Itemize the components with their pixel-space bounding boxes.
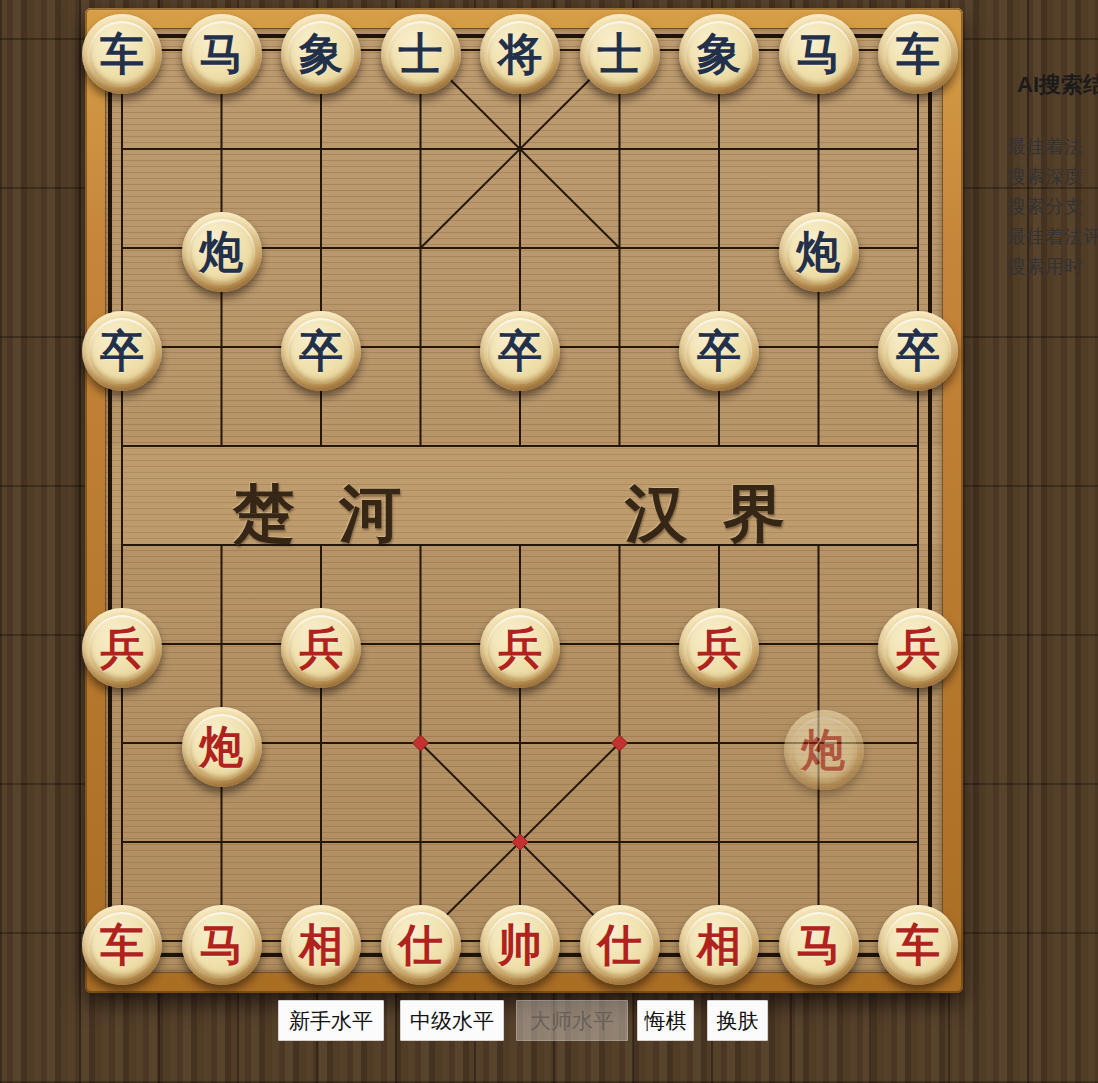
- piece-black-chariot-right[interactable]: 车: [878, 14, 958, 94]
- piece-character: 将: [487, 21, 553, 87]
- piece-character: 卒: [288, 318, 354, 384]
- piece-red-chariot-right[interactable]: 车: [878, 905, 958, 985]
- piece-character: 象: [288, 21, 354, 87]
- piece-character: 马: [786, 21, 852, 87]
- xiangqi-board[interactable]: [85, 8, 963, 993]
- piece-character: 士: [587, 21, 653, 87]
- piece-character: 仕: [388, 912, 454, 978]
- piece-black-soldier-5[interactable]: 卒: [878, 311, 958, 391]
- piece-character: 士: [388, 21, 454, 87]
- ai-stat-best-move: 最佳着法: [1007, 132, 1098, 162]
- river-label-chu: 楚: [233, 483, 295, 545]
- piece-character: 炮: [189, 714, 255, 780]
- ai-panel-heading: AI搜索结果: [1017, 70, 1098, 100]
- river-label-han: 汉: [625, 483, 687, 545]
- piece-character: 兵: [288, 615, 354, 681]
- piece-red-horse-right[interactable]: 马: [779, 905, 859, 985]
- piece-character: 炮: [786, 219, 852, 285]
- piece-character: 卒: [686, 318, 752, 384]
- piece-character: 炮: [791, 717, 857, 783]
- piece-character: 相: [288, 912, 354, 978]
- piece-red-soldier-4[interactable]: 兵: [679, 608, 759, 688]
- piece-red-horse-left[interactable]: 马: [182, 905, 262, 985]
- piece-black-cannon-left[interactable]: 炮: [182, 212, 262, 292]
- ai-search-panel: AI搜索结果 最佳着法 搜索深度 搜索分支 最佳着法评分 搜索用时: [1007, 70, 1098, 282]
- piece-red-advisor-right[interactable]: 仕: [580, 905, 660, 985]
- button-intermediate-level[interactable]: 中级水平: [400, 1000, 504, 1041]
- river-band: [106, 446, 942, 545]
- piece-black-advisor-left[interactable]: 士: [381, 14, 461, 94]
- piece-character: 卒: [89, 318, 155, 384]
- piece-character: 车: [885, 912, 951, 978]
- piece-character: 马: [189, 21, 255, 87]
- piece-black-soldier-2[interactable]: 卒: [281, 311, 361, 391]
- piece-red-soldier-5[interactable]: 兵: [878, 608, 958, 688]
- piece-red-chariot-left[interactable]: 车: [82, 905, 162, 985]
- piece-black-advisor-right[interactable]: 士: [580, 14, 660, 94]
- piece-character: 象: [686, 21, 752, 87]
- piece-red-cannon-right[interactable]: 炮: [784, 710, 864, 790]
- ai-stat-best-score: 最佳着法评分: [1007, 222, 1098, 252]
- piece-black-soldier-1[interactable]: 卒: [82, 311, 162, 391]
- button-master-level[interactable]: 大师水平: [516, 1000, 628, 1041]
- piece-red-soldier-1[interactable]: 兵: [82, 608, 162, 688]
- button-undo-move[interactable]: 悔棋: [637, 1000, 694, 1041]
- ai-stat-search-depth: 搜索深度: [1007, 162, 1098, 192]
- piece-red-elephant-left[interactable]: 相: [281, 905, 361, 985]
- app-background: { "game": "xiangqi", "position": { "fen"…: [0, 0, 1098, 1083]
- piece-black-soldier-3[interactable]: 卒: [480, 311, 560, 391]
- piece-red-general[interactable]: 帅: [480, 905, 560, 985]
- piece-red-advisor-left[interactable]: 仕: [381, 905, 461, 985]
- piece-character: 卒: [487, 318, 553, 384]
- piece-black-chariot-left[interactable]: 车: [82, 14, 162, 94]
- piece-black-elephant-right[interactable]: 象: [679, 14, 759, 94]
- river-label-jie: 界: [723, 483, 785, 545]
- piece-character: 相: [686, 912, 752, 978]
- piece-character: 兵: [89, 615, 155, 681]
- piece-black-cannon-right[interactable]: 炮: [779, 212, 859, 292]
- piece-character: 车: [89, 912, 155, 978]
- ai-stat-search-branch: 搜索分支: [1007, 192, 1098, 222]
- piece-black-horse-right[interactable]: 马: [779, 14, 859, 94]
- piece-character: 兵: [885, 615, 951, 681]
- button-change-skin[interactable]: 换肤: [707, 1000, 768, 1041]
- piece-red-elephant-right[interactable]: 相: [679, 905, 759, 985]
- piece-red-cannon-left[interactable]: 炮: [182, 707, 262, 787]
- piece-red-soldier-2[interactable]: 兵: [281, 608, 361, 688]
- piece-black-elephant-left[interactable]: 象: [281, 14, 361, 94]
- piece-character: 仕: [587, 912, 653, 978]
- piece-black-general[interactable]: 将: [480, 14, 560, 94]
- piece-character: 兵: [686, 615, 752, 681]
- button-novice-level[interactable]: 新手水平: [278, 1000, 384, 1041]
- piece-character: 炮: [189, 219, 255, 285]
- piece-black-soldier-4[interactable]: 卒: [679, 311, 759, 391]
- ai-panel-items: 最佳着法 搜索深度 搜索分支 最佳着法评分 搜索用时: [1007, 132, 1098, 282]
- piece-character: 卒: [885, 318, 951, 384]
- piece-character: 马: [189, 912, 255, 978]
- piece-character: 车: [885, 21, 951, 87]
- piece-black-horse-left[interactable]: 马: [182, 14, 262, 94]
- piece-red-soldier-3[interactable]: 兵: [480, 608, 560, 688]
- piece-character: 车: [89, 21, 155, 87]
- river-label-he: 河: [339, 483, 401, 545]
- ai-stat-search-time: 搜索用时: [1007, 252, 1098, 282]
- piece-character: 帅: [487, 912, 553, 978]
- piece-character: 兵: [487, 615, 553, 681]
- piece-character: 马: [786, 912, 852, 978]
